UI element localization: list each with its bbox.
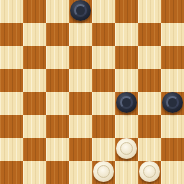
square-r4c5[interactable] (115, 92, 138, 115)
square-r2c7[interactable] (161, 46, 184, 69)
square-r7c0[interactable] (0, 161, 23, 184)
square-r6c7[interactable] (161, 138, 184, 161)
square-r7c7[interactable] (161, 161, 184, 184)
square-r2c1[interactable] (23, 46, 46, 69)
square-r5c6[interactable] (138, 115, 161, 138)
square-r7c5[interactable] (115, 161, 138, 184)
square-r2c3[interactable] (69, 46, 92, 69)
square-r4c1[interactable] (23, 92, 46, 115)
square-r5c1[interactable] (23, 115, 46, 138)
square-r1c1[interactable] (23, 23, 46, 46)
square-r2c0[interactable] (0, 46, 23, 69)
square-r2c6[interactable] (138, 46, 161, 69)
square-r3c3[interactable] (69, 69, 92, 92)
square-r5c0[interactable] (0, 115, 23, 138)
square-r4c4[interactable] (92, 92, 115, 115)
square-r6c5[interactable] (115, 138, 138, 161)
square-r7c3[interactable] (69, 161, 92, 184)
square-r7c4[interactable] (92, 161, 115, 184)
checker-black-man[interactable] (116, 92, 137, 113)
square-r5c3[interactable] (69, 115, 92, 138)
square-r5c4[interactable] (92, 115, 115, 138)
square-r0c4[interactable] (92, 0, 115, 23)
square-r3c1[interactable] (23, 69, 46, 92)
square-r3c6[interactable] (138, 69, 161, 92)
square-r1c6[interactable] (138, 23, 161, 46)
square-r0c7[interactable] (161, 0, 184, 23)
square-r5c7[interactable] (161, 115, 184, 138)
square-r0c2[interactable] (46, 0, 69, 23)
square-r1c7[interactable] (161, 23, 184, 46)
checkers-board (0, 0, 184, 184)
checker-white-man[interactable] (93, 161, 114, 182)
square-r1c4[interactable] (92, 23, 115, 46)
square-r1c5[interactable] (115, 23, 138, 46)
checker-black-man[interactable] (162, 92, 183, 113)
square-r6c2[interactable] (46, 138, 69, 161)
square-r4c6[interactable] (138, 92, 161, 115)
square-r6c1[interactable] (23, 138, 46, 161)
square-r4c2[interactable] (46, 92, 69, 115)
square-r4c7[interactable] (161, 92, 184, 115)
square-r6c6[interactable] (138, 138, 161, 161)
square-r2c4[interactable] (92, 46, 115, 69)
square-r7c1[interactable] (23, 161, 46, 184)
square-r3c4[interactable] (92, 69, 115, 92)
square-r0c5[interactable] (115, 0, 138, 23)
square-r2c5[interactable] (115, 46, 138, 69)
square-r4c3[interactable] (69, 92, 92, 115)
checker-white-man[interactable] (116, 138, 137, 159)
square-r0c6[interactable] (138, 0, 161, 23)
square-r0c1[interactable] (23, 0, 46, 23)
square-r2c2[interactable] (46, 46, 69, 69)
square-r0c0[interactable] (0, 0, 23, 23)
square-r3c0[interactable] (0, 69, 23, 92)
square-r1c0[interactable] (0, 23, 23, 46)
square-r7c6[interactable] (138, 161, 161, 184)
square-r6c0[interactable] (0, 138, 23, 161)
square-r3c2[interactable] (46, 69, 69, 92)
square-r4c0[interactable] (0, 92, 23, 115)
square-r6c4[interactable] (92, 138, 115, 161)
square-r6c3[interactable] (69, 138, 92, 161)
square-r0c3[interactable] (69, 0, 92, 23)
square-r3c5[interactable] (115, 69, 138, 92)
square-r1c3[interactable] (69, 23, 92, 46)
square-r7c2[interactable] (46, 161, 69, 184)
square-r5c5[interactable] (115, 115, 138, 138)
square-r5c2[interactable] (46, 115, 69, 138)
square-r3c7[interactable] (161, 69, 184, 92)
checker-white-man[interactable] (139, 161, 160, 182)
square-r1c2[interactable] (46, 23, 69, 46)
checker-black-man[interactable] (70, 0, 91, 21)
